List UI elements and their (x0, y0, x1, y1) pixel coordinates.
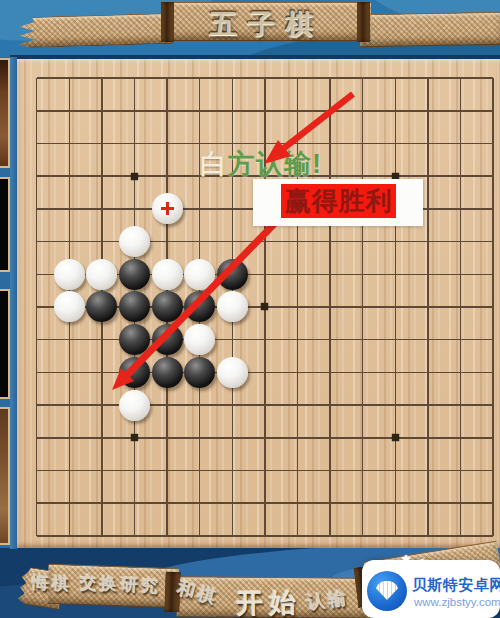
stone-black (86, 291, 117, 322)
star-point (392, 434, 399, 441)
stone-black (119, 291, 150, 322)
player-portrait-panel (0, 407, 10, 545)
win-dialog: 赢得胜利 (253, 179, 423, 226)
stone-white (119, 226, 150, 257)
stone-black (184, 357, 215, 388)
grid-line (37, 437, 493, 439)
gomoku-board[interactable] (17, 59, 500, 548)
grid-line (395, 78, 397, 536)
stone-white (152, 193, 183, 224)
win-banner: 赢得胜利 (281, 184, 396, 218)
stone-white (54, 291, 85, 322)
stone-black (119, 259, 150, 290)
page-title: 五子棋 (163, 6, 371, 42)
grid-line (37, 404, 493, 406)
grid-line (37, 372, 493, 374)
player-portrait-panel (0, 58, 10, 168)
stone-white (184, 324, 215, 355)
gomoku-app: 五子棋 赢得胜利 白方认输! 悔棋 交换 研究 和棋 开始 认输 ✱ ✱ (0, 0, 500, 618)
player-info-panel (0, 177, 10, 272)
grid-line (37, 535, 493, 537)
stone-black (217, 259, 248, 290)
grid-line (37, 470, 493, 472)
grid-line (362, 78, 364, 536)
stone-white (119, 390, 150, 421)
shell-logo-icon (367, 571, 407, 611)
watermark: 贝斯特安卓网 www.zjbstyy.com (362, 560, 500, 618)
stone-white (54, 259, 85, 290)
stone-black (119, 324, 150, 355)
grid-line (427, 78, 429, 536)
shell-icon (376, 581, 398, 600)
watermark-url: www.zjbstyy.com (414, 596, 500, 608)
swap-button[interactable]: 交换 (80, 571, 121, 595)
player-info-panel (0, 289, 10, 399)
last-move-marker (166, 202, 169, 215)
stone-white (217, 291, 248, 322)
stone-black (152, 357, 183, 388)
ribbon-fold (161, 2, 174, 42)
sparkle-icon: ✱ (401, 553, 411, 567)
grid-line (460, 78, 462, 536)
stone-white (86, 259, 117, 290)
start-button[interactable]: 开始 (236, 584, 303, 618)
grid-line (492, 78, 494, 536)
board-frame-left (10, 57, 17, 549)
stone-black (119, 357, 150, 388)
grid-line (37, 339, 493, 341)
title-ribbon-center: 五子棋 (163, 2, 371, 41)
stone-white (184, 259, 215, 290)
win-text: 赢得胜利 (285, 184, 393, 219)
star-point (131, 434, 138, 441)
status-rest: 方认输! (228, 149, 322, 179)
watermark-name: 贝斯特安卓网 (412, 576, 500, 595)
ribbon-fold (357, 2, 370, 42)
sparkle-icon: ✱ (416, 556, 429, 574)
status-white-char: 白 (200, 149, 228, 179)
stone-white (217, 357, 248, 388)
stone-black (152, 291, 183, 322)
status-text: 白方认输! (200, 146, 322, 182)
star-point (261, 303, 268, 310)
undo-button[interactable]: 悔棋 (32, 571, 73, 595)
grid-line (37, 502, 493, 504)
star-point (131, 173, 138, 180)
grid-line (329, 78, 331, 536)
stone-black (152, 324, 183, 355)
title-ribbon-right (360, 12, 500, 47)
title-ribbon-left (18, 13, 175, 48)
study-button[interactable]: 研究 (120, 573, 161, 598)
stone-black (184, 291, 215, 322)
resign-button[interactable]: 认输 (306, 586, 351, 615)
stone-white (152, 259, 183, 290)
